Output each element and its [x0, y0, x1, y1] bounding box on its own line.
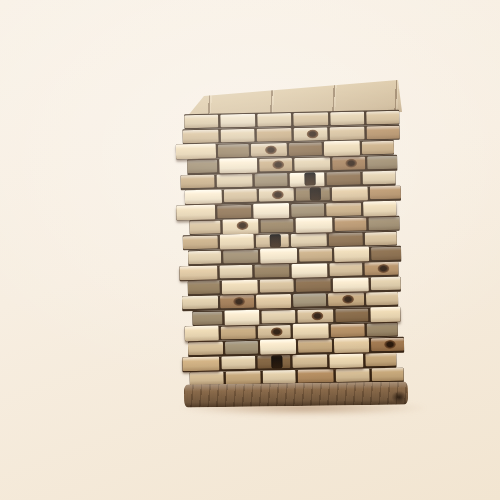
plank-end [296, 188, 330, 202]
plank-end [334, 247, 369, 262]
plank-end [188, 250, 221, 264]
plank-end [260, 248, 297, 263]
studio-photo-scene [0, 0, 500, 500]
plank-end [182, 129, 218, 143]
plank-end [293, 127, 327, 141]
plank-end [364, 262, 398, 276]
plank-end [256, 128, 291, 142]
dark-gap-hole [270, 234, 281, 247]
plank-end [176, 144, 216, 159]
wood-knot [311, 311, 323, 320]
plank-end [366, 125, 399, 139]
plank-end [334, 338, 369, 353]
dark-gap-hole [271, 355, 282, 368]
plank-end [295, 217, 332, 232]
plank-end [336, 369, 370, 383]
plank-end [326, 172, 360, 186]
plank-end [365, 232, 397, 246]
plank-end [220, 113, 255, 127]
plank-end [366, 110, 399, 124]
plank-end [256, 294, 291, 309]
wood-knot [272, 160, 284, 169]
wood-knot [233, 297, 245, 306]
plank-end [218, 144, 249, 158]
plank-end [326, 202, 361, 216]
plank-end [298, 339, 332, 353]
plank-end [251, 143, 287, 157]
plank-end [332, 157, 365, 171]
plank-end [224, 189, 257, 203]
plank-end [184, 114, 218, 128]
plank-end [220, 295, 254, 309]
plank-end [180, 175, 214, 189]
plank-end [293, 294, 326, 308]
plank-end [258, 325, 291, 339]
plank-end [220, 234, 254, 249]
plank-end [256, 234, 289, 248]
wood-knot [265, 145, 277, 154]
plank-end [221, 326, 256, 340]
plank-end [296, 278, 331, 292]
plank-end [291, 233, 327, 247]
chipboard-base [184, 381, 408, 407]
plank-end [216, 174, 252, 188]
plank-end [367, 156, 397, 170]
plank-end [259, 158, 292, 172]
plank-end [225, 341, 258, 355]
plank-end [188, 341, 223, 355]
plank-end [220, 128, 254, 142]
plank-end [185, 189, 222, 204]
plank-end [329, 353, 363, 368]
plank-end [185, 326, 219, 341]
dark-gap-hole [310, 188, 321, 201]
plank-end [293, 323, 329, 338]
plank-end [292, 354, 327, 368]
plank-end [183, 235, 218, 249]
plank-end [254, 173, 287, 187]
wood-knot [345, 159, 357, 168]
plank-end [299, 248, 332, 262]
wood-knot [270, 327, 282, 336]
plank-end [324, 141, 360, 156]
wood-knot [306, 129, 318, 138]
plank-end [253, 203, 289, 218]
plank-end [257, 355, 290, 369]
plank-end [260, 339, 296, 354]
plank-end [371, 277, 401, 291]
plank-end [370, 186, 401, 200]
plank-end [217, 204, 251, 218]
plank-end [332, 186, 368, 201]
plank-end [263, 370, 296, 384]
wood-knot [272, 191, 284, 200]
wood-knot [342, 295, 354, 304]
plank-end [333, 277, 369, 292]
plank-end [362, 141, 394, 155]
plank-end [291, 263, 327, 278]
plank-end [329, 232, 363, 246]
plank-end [260, 219, 293, 233]
wood-knot [236, 221, 248, 230]
plank-end [291, 203, 324, 217]
plank-end [222, 279, 258, 294]
plank-end [259, 188, 294, 202]
plank-end [257, 113, 291, 127]
plank-end [335, 308, 368, 322]
plank-end [261, 310, 295, 324]
plank-end [297, 309, 333, 323]
plank-end [187, 160, 217, 174]
stack-front-face [182, 110, 401, 387]
plank-end [366, 292, 398, 306]
plank-end [293, 112, 328, 126]
plank-end [219, 265, 252, 279]
wood-knot [377, 264, 389, 273]
plank-end [331, 323, 365, 337]
plank-end [221, 356, 255, 370]
plank-end [182, 356, 219, 371]
plank-end [289, 172, 324, 187]
plank-end [370, 307, 400, 322]
plank-end [372, 368, 404, 382]
plank-end [182, 296, 218, 310]
plank-end [224, 310, 259, 325]
plank-end [334, 217, 366, 231]
plank-end [188, 281, 220, 295]
plank-end [192, 311, 222, 325]
plank-end [363, 201, 396, 216]
plank-end [189, 220, 220, 234]
plank-end [179, 265, 217, 280]
plank-end [371, 247, 401, 261]
plank-end [254, 264, 289, 278]
wood-knot [383, 340, 395, 349]
plank-end [222, 219, 258, 234]
dark-gap-hole [304, 172, 315, 185]
plank-end [294, 157, 330, 171]
plank-end [368, 216, 399, 230]
plank-end [329, 263, 362, 277]
plank-end [328, 293, 364, 307]
plank-end [289, 142, 322, 156]
plank-end [260, 279, 294, 293]
plank-end [176, 205, 215, 220]
plank-end [365, 353, 396, 367]
plank-end [219, 158, 257, 173]
plank-end [298, 369, 334, 383]
plank-end [362, 171, 395, 185]
plank-end [367, 323, 398, 337]
plank-end [223, 250, 258, 264]
plank-end [329, 126, 364, 140]
plank-end [330, 111, 364, 125]
plank-end [371, 338, 404, 352]
